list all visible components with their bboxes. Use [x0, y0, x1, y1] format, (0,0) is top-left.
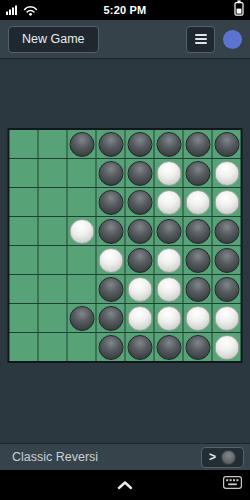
board-cell[interactable]: ●	[213, 217, 241, 245]
white-disc-piece: ●	[156, 248, 181, 273]
black-disc-piece: ●	[214, 248, 239, 273]
app-window: 5:20 PM New Game ●●●●●●●●●●●●●●●●●●●●●●●…	[0, 0, 250, 500]
toolbar: New Game	[0, 20, 250, 59]
board-cell[interactable]: ●	[184, 275, 212, 303]
white-disc-piece: ●	[214, 306, 239, 331]
black-disc-piece: ●	[185, 335, 210, 360]
board-cell[interactable]: ●	[184, 333, 212, 361]
white-disc-piece: ●	[214, 190, 239, 215]
board-cell[interactable]	[10, 275, 38, 303]
board-cell[interactable]	[68, 275, 96, 303]
board-cell[interactable]	[39, 304, 67, 332]
player-color-indicator[interactable]	[223, 30, 242, 49]
board-cell[interactable]: ●	[184, 159, 212, 187]
board-cell[interactable]: ●	[184, 188, 212, 216]
board-cell[interactable]	[10, 246, 38, 274]
black-disc-piece: ●	[185, 219, 210, 244]
board-cell[interactable]	[68, 188, 96, 216]
black-disc-piece: ●	[98, 190, 123, 215]
board-cell[interactable]: ●	[213, 304, 241, 332]
black-disc-piece: ●	[214, 132, 239, 157]
board-cell[interactable]	[10, 130, 38, 158]
black-disc-piece: ●	[127, 161, 152, 186]
white-disc-piece: ●	[98, 248, 123, 273]
board-cell[interactable]: ●	[213, 130, 241, 158]
menu-button[interactable]	[186, 26, 215, 53]
black-disc-piece: ●	[98, 335, 123, 360]
board-cell[interactable]	[68, 159, 96, 187]
game-title: Classic Reversi	[12, 450, 98, 464]
white-disc-piece: ●	[214, 161, 239, 186]
black-disc-piece: ●	[98, 161, 123, 186]
board-cell[interactable]: ●	[213, 275, 241, 303]
black-disc-piece: ●	[185, 277, 210, 302]
board-cell[interactable]	[10, 188, 38, 216]
board-cell[interactable]: ●	[213, 188, 241, 216]
white-disc-piece: ●	[127, 306, 152, 331]
black-disc-piece: ●	[98, 277, 123, 302]
board-cell[interactable]: ●	[155, 333, 183, 361]
black-disc-piece: ●	[69, 306, 94, 331]
board-cell[interactable]	[39, 217, 67, 245]
turn-arrow-icon: >	[209, 451, 216, 463]
board-cell[interactable]: ●	[68, 217, 96, 245]
board-cell[interactable]	[10, 333, 38, 361]
board-cell[interactable]	[39, 130, 67, 158]
board-cell[interactable]: ●	[97, 246, 125, 274]
status-bar: 5:20 PM	[0, 0, 250, 20]
black-disc-piece: ●	[127, 190, 152, 215]
black-disc-piece: ●	[69, 132, 94, 157]
white-disc-piece: ●	[69, 219, 94, 244]
board-cell[interactable]	[10, 159, 38, 187]
white-disc-piece: ●	[127, 277, 152, 302]
black-disc-piece: ●	[156, 219, 181, 244]
black-disc-piece: ●	[156, 132, 181, 157]
board-cell[interactable]: ●	[184, 304, 212, 332]
board-cell[interactable]: ●	[184, 130, 212, 158]
white-disc-piece: ●	[185, 306, 210, 331]
board-cell[interactable]: ●	[155, 246, 183, 274]
board-cell[interactable]: ●	[126, 130, 154, 158]
board-cell[interactable]	[39, 159, 67, 187]
chevron-up-icon[interactable]	[116, 480, 134, 490]
board-cell[interactable]: ●	[155, 130, 183, 158]
white-disc-piece: ●	[185, 190, 210, 215]
black-disc-piece: ●	[185, 132, 210, 157]
game-area: ●●●●●●●●●●●●●●●●●●●●●●●●●●●●●●●●●●●●●●●●…	[0, 59, 250, 443]
white-disc-piece: ●	[156, 161, 181, 186]
battery-icon	[234, 0, 244, 16]
board-cell[interactable]	[39, 246, 67, 274]
black-disc-piece: ●	[185, 248, 210, 273]
board-cell[interactable]: ●	[126, 188, 154, 216]
footer-bar: Classic Reversi >	[0, 443, 250, 470]
board-cell[interactable]: ●	[97, 159, 125, 187]
board-cell[interactable]: ●	[126, 217, 154, 245]
black-disc-piece: ●	[127, 132, 152, 157]
board-cell[interactable]: ●	[68, 304, 96, 332]
board-cell[interactable]: ●	[184, 217, 212, 245]
white-disc-piece: ●	[214, 335, 239, 360]
board-cell[interactable]	[39, 333, 67, 361]
toolbar-right-group	[186, 26, 242, 53]
navigation-bar	[0, 470, 250, 500]
board-cell[interactable]: ●	[155, 304, 183, 332]
board-cell[interactable]: ●	[213, 246, 241, 274]
board-cell[interactable]: ●	[155, 159, 183, 187]
black-disc-piece: ●	[185, 161, 210, 186]
status-right-icons	[234, 0, 244, 20]
turn-indicator-button[interactable]: >	[201, 447, 244, 468]
board-cell[interactable]: ●	[155, 217, 183, 245]
hamburger-menu-icon	[195, 32, 207, 46]
black-disc-piece: ●	[98, 219, 123, 244]
black-disc-piece: ●	[127, 219, 152, 244]
board-cell[interactable]: ●	[155, 188, 183, 216]
board-cell[interactable]: ●	[213, 159, 241, 187]
cellular-signal-icon	[6, 5, 18, 15]
board-cell[interactable]: ●	[213, 333, 241, 361]
black-disc-piece: ●	[127, 335, 152, 360]
board-cell[interactable]	[39, 275, 67, 303]
game-board: ●●●●●●●●●●●●●●●●●●●●●●●●●●●●●●●●●●●●●●●●…	[8, 128, 243, 363]
black-disc-piece: ●	[156, 335, 181, 360]
black-disc-piece: ●	[98, 306, 123, 331]
board-cell[interactable]: ●	[68, 130, 96, 158]
black-disc-piece: ●	[214, 277, 239, 302]
keyboard-icon[interactable]	[223, 476, 242, 489]
wifi-icon	[23, 5, 38, 16]
board-cell[interactable]: ●	[184, 246, 212, 274]
board-cell[interactable]	[68, 333, 96, 361]
white-disc-piece: ●	[156, 190, 181, 215]
white-disc-piece: ●	[156, 306, 181, 331]
current-player-disc	[221, 450, 236, 465]
board-cell[interactable]: ●	[97, 130, 125, 158]
white-disc-piece: ●	[156, 277, 181, 302]
board-cell[interactable]: ●	[126, 275, 154, 303]
board-cell[interactable]	[10, 217, 38, 245]
black-disc-piece: ●	[98, 132, 123, 157]
board-cell[interactable]: ●	[97, 188, 125, 216]
board-cell[interactable]	[10, 304, 38, 332]
board-cell[interactable]: ●	[126, 246, 154, 274]
board-cell[interactable]: ●	[97, 217, 125, 245]
black-disc-piece: ●	[214, 219, 239, 244]
board-cell[interactable]: ●	[126, 333, 154, 361]
new-game-button[interactable]: New Game	[8, 26, 99, 53]
board-cell[interactable]	[68, 246, 96, 274]
board-cell[interactable]	[39, 188, 67, 216]
board-cell[interactable]: ●	[126, 159, 154, 187]
board-cell[interactable]: ●	[97, 275, 125, 303]
board-cell[interactable]: ●	[97, 304, 125, 332]
status-left-icons	[6, 5, 38, 16]
black-disc-piece: ●	[127, 248, 152, 273]
board-cell[interactable]: ●	[126, 304, 154, 332]
board-cell[interactable]: ●	[97, 333, 125, 361]
board-cell[interactable]: ●	[155, 275, 183, 303]
